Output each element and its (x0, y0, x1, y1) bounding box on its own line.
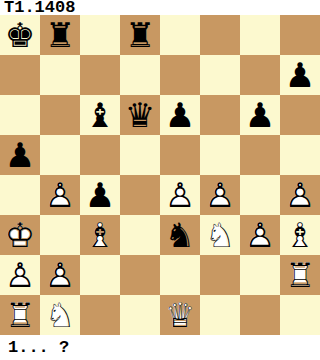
square-b2[interactable]: ♟♙ (40, 255, 80, 295)
black-pawn-icon[interactable]: ♟ (280, 55, 320, 95)
square-b7[interactable] (40, 55, 80, 95)
square-f3[interactable]: ♞♘ (200, 215, 240, 255)
square-f5[interactable] (200, 135, 240, 175)
square-a8[interactable]: ♚ (0, 15, 40, 55)
square-a7[interactable] (0, 55, 40, 95)
white-knight-icon[interactable]: ♞♘ (40, 295, 80, 335)
square-h5[interactable] (280, 135, 320, 175)
square-h1[interactable] (280, 295, 320, 335)
square-e6[interactable]: ♟ (160, 95, 200, 135)
black-pawn-icon[interactable]: ♟ (240, 95, 280, 135)
white-rook-outline: ♖ (280, 255, 320, 295)
white-knight-outline: ♘ (200, 215, 240, 255)
square-f7[interactable] (200, 55, 240, 95)
square-a2[interactable]: ♟♙ (0, 255, 40, 295)
white-king-outline: ♔ (0, 215, 40, 255)
square-c2[interactable] (80, 255, 120, 295)
square-b1[interactable]: ♞♘ (40, 295, 80, 335)
square-e5[interactable] (160, 135, 200, 175)
square-h6[interactable] (280, 95, 320, 135)
square-h8[interactable] (280, 15, 320, 55)
white-pawn-icon[interactable]: ♟♙ (40, 175, 80, 215)
white-pawn-outline: ♙ (0, 255, 40, 295)
square-c6[interactable]: ♝ (80, 95, 120, 135)
square-c8[interactable] (80, 15, 120, 55)
white-pawn-outline: ♙ (160, 175, 200, 215)
white-pawn-icon[interactable]: ♟♙ (40, 255, 80, 295)
square-d8[interactable]: ♜ (120, 15, 160, 55)
white-bishop-outline: ♗ (80, 215, 120, 255)
square-e2[interactable] (160, 255, 200, 295)
white-queen-icon[interactable]: ♛♕ (160, 295, 200, 335)
square-h3[interactable]: ♝♗ (280, 215, 320, 255)
square-d6[interactable]: ♛ (120, 95, 160, 135)
white-pawn-outline: ♙ (240, 215, 280, 255)
square-c5[interactable] (80, 135, 120, 175)
square-a6[interactable] (0, 95, 40, 135)
white-pawn-icon[interactable]: ♟♙ (160, 175, 200, 215)
square-h2[interactable]: ♜♖ (280, 255, 320, 295)
black-queen-icon[interactable]: ♛ (120, 95, 160, 135)
square-g1[interactable] (240, 295, 280, 335)
white-pawn-icon[interactable]: ♟♙ (240, 215, 280, 255)
white-knight-icon[interactable]: ♞♘ (200, 215, 240, 255)
black-rook-icon[interactable]: ♜ (40, 15, 80, 55)
white-pawn-outline: ♙ (40, 255, 80, 295)
square-c4[interactable]: ♟ (80, 175, 120, 215)
square-h7[interactable]: ♟ (280, 55, 320, 95)
white-pawn-icon[interactable]: ♟♙ (200, 175, 240, 215)
square-d2[interactable] (120, 255, 160, 295)
white-king-icon[interactable]: ♚♔ (0, 215, 40, 255)
square-c7[interactable] (80, 55, 120, 95)
white-rook-icon[interactable]: ♜♖ (0, 295, 40, 335)
square-f1[interactable] (200, 295, 240, 335)
square-e7[interactable] (160, 55, 200, 95)
square-f2[interactable] (200, 255, 240, 295)
square-e3[interactable]: ♞ (160, 215, 200, 255)
white-bishop-outline: ♗ (280, 215, 320, 255)
square-b6[interactable] (40, 95, 80, 135)
square-g5[interactable] (240, 135, 280, 175)
square-d4[interactable] (120, 175, 160, 215)
black-king-icon[interactable]: ♚ (0, 15, 40, 55)
black-bishop-icon[interactable]: ♝ (80, 95, 120, 135)
square-g2[interactable] (240, 255, 280, 295)
square-b4[interactable]: ♟♙ (40, 175, 80, 215)
white-pawn-icon[interactable]: ♟♙ (280, 175, 320, 215)
square-c3[interactable]: ♝♗ (80, 215, 120, 255)
square-d7[interactable] (120, 55, 160, 95)
white-pawn-outline: ♙ (280, 175, 320, 215)
square-f8[interactable] (200, 15, 240, 55)
square-g7[interactable] (240, 55, 280, 95)
black-pawn-icon[interactable]: ♟ (160, 95, 200, 135)
move-prompt: 1... ? (8, 338, 69, 358)
chess-board: ♚♜♜♟♝♛♟♟♟♟♙♟♟♙♟♙♟♙♚♔♝♗♞♞♘♟♙♝♗♟♙♟♙♜♖♜♖♞♘♛… (0, 15, 320, 335)
white-bishop-icon[interactable]: ♝♗ (80, 215, 120, 255)
square-a5[interactable]: ♟ (0, 135, 40, 175)
square-f6[interactable] (200, 95, 240, 135)
square-g3[interactable]: ♟♙ (240, 215, 280, 255)
white-rook-icon[interactable]: ♜♖ (280, 255, 320, 295)
square-b5[interactable] (40, 135, 80, 175)
square-e8[interactable] (160, 15, 200, 55)
square-b3[interactable] (40, 215, 80, 255)
square-d3[interactable] (120, 215, 160, 255)
square-h4[interactable]: ♟♙ (280, 175, 320, 215)
square-a1[interactable]: ♜♖ (0, 295, 40, 335)
square-g6[interactable]: ♟ (240, 95, 280, 135)
square-e4[interactable]: ♟♙ (160, 175, 200, 215)
white-rook-outline: ♖ (0, 295, 40, 335)
square-e1[interactable]: ♛♕ (160, 295, 200, 335)
square-a4[interactable] (0, 175, 40, 215)
black-pawn-icon[interactable]: ♟ (0, 135, 40, 175)
square-c1[interactable] (80, 295, 120, 335)
white-pawn-icon[interactable]: ♟♙ (0, 255, 40, 295)
white-pawn-outline: ♙ (40, 175, 80, 215)
black-knight-icon[interactable]: ♞ (160, 215, 200, 255)
black-rook-icon[interactable]: ♜ (120, 15, 160, 55)
square-f4[interactable]: ♟♙ (200, 175, 240, 215)
square-d1[interactable] (120, 295, 160, 335)
white-knight-outline: ♘ (40, 295, 80, 335)
puzzle-id: T1.1408 (4, 0, 75, 15)
square-b8[interactable]: ♜ (40, 15, 80, 55)
white-bishop-icon[interactable]: ♝♗ (280, 215, 320, 255)
black-pawn-icon[interactable]: ♟ (80, 175, 120, 215)
square-g8[interactable] (240, 15, 280, 55)
white-queen-outline: ♕ (160, 295, 200, 335)
square-a3[interactable]: ♚♔ (0, 215, 40, 255)
white-pawn-outline: ♙ (200, 175, 240, 215)
square-d5[interactable] (120, 135, 160, 175)
square-g4[interactable] (240, 175, 280, 215)
